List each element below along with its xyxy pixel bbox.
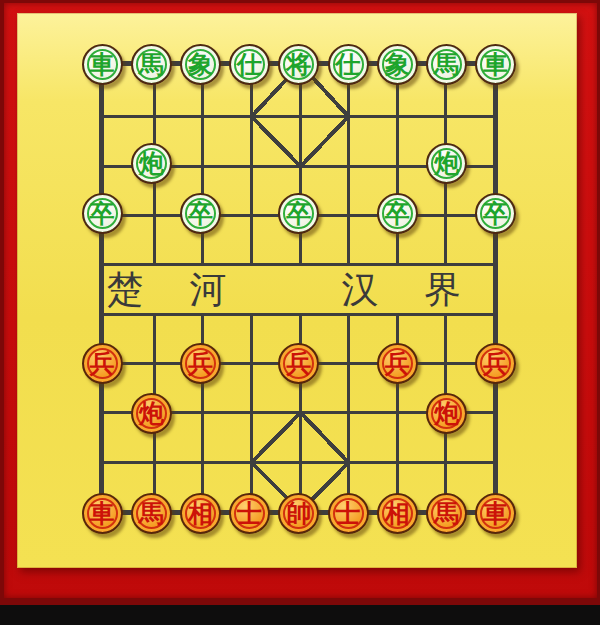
piece-glyph: 炮 [434, 401, 459, 426]
piece-glyph: 兵 [385, 351, 410, 376]
board-cell [250, 115, 299, 164]
piece-red-soldier[interactable]: 兵 [82, 343, 123, 384]
piece-red-cannon[interactable]: 炮 [426, 393, 467, 434]
piece-glyph: 兵 [483, 351, 508, 376]
piece-red-chariot[interactable]: 車 [82, 493, 123, 534]
piece-green-advisor[interactable]: 仕 [328, 44, 369, 85]
piece-red-advisor[interactable]: 士 [229, 493, 270, 534]
piece-red-elephant[interactable]: 相 [180, 493, 221, 534]
board-cell [299, 411, 348, 460]
board-cell [201, 115, 250, 164]
piece-glyph: 車 [483, 52, 508, 77]
piece-red-horse[interactable]: 馬 [426, 493, 467, 534]
piece-glyph: 士 [336, 501, 361, 526]
piece-green-soldier[interactable]: 卒 [377, 193, 418, 234]
piece-red-cannon[interactable]: 炮 [131, 393, 172, 434]
piece-red-chariot[interactable]: 車 [475, 493, 516, 534]
piece-glyph: 馬 [139, 501, 164, 526]
board-cell [299, 115, 348, 164]
piece-glyph: 馬 [434, 501, 459, 526]
piece-red-soldier[interactable]: 兵 [475, 343, 516, 384]
piece-red-general[interactable]: 帥 [278, 493, 319, 534]
piece-glyph: 炮 [434, 151, 459, 176]
piece-green-cannon[interactable]: 炮 [426, 143, 467, 184]
piece-green-chariot[interactable]: 車 [475, 44, 516, 85]
piece-red-advisor[interactable]: 士 [328, 493, 369, 534]
piece-green-horse[interactable]: 馬 [131, 44, 172, 85]
piece-red-soldier[interactable]: 兵 [377, 343, 418, 384]
xiangqi-board: 楚 河 汉 界 車馬象仕将仕象馬車炮炮卒卒卒卒卒兵兵兵兵兵炮炮車馬相士帥士相馬車 [17, 13, 577, 568]
piece-glyph: 車 [483, 501, 508, 526]
piece-red-elephant[interactable]: 相 [377, 493, 418, 534]
piece-green-general[interactable]: 将 [278, 44, 319, 85]
piece-glyph: 仕 [336, 52, 361, 77]
piece-glyph: 兵 [286, 351, 311, 376]
piece-green-cannon[interactable]: 炮 [131, 143, 172, 184]
piece-glyph: 炮 [139, 151, 164, 176]
piece-red-horse[interactable]: 馬 [131, 493, 172, 534]
piece-glyph: 相 [188, 501, 213, 526]
piece-green-soldier[interactable]: 卒 [82, 193, 123, 234]
piece-green-elephant[interactable]: 象 [377, 44, 418, 85]
piece-green-horse[interactable]: 馬 [426, 44, 467, 85]
piece-glyph: 兵 [188, 351, 213, 376]
piece-glyph: 馬 [139, 52, 164, 77]
piece-green-soldier[interactable]: 卒 [475, 193, 516, 234]
piece-glyph: 卒 [188, 201, 213, 226]
piece-green-chariot[interactable]: 車 [82, 44, 123, 85]
board-cell [347, 115, 396, 164]
piece-glyph: 仕 [237, 52, 262, 77]
piece-glyph: 象 [188, 52, 213, 77]
piece-glyph: 卒 [385, 201, 410, 226]
river-label-right: 汉 界 [310, 266, 510, 314]
piece-glyph: 士 [237, 501, 262, 526]
river-label-left: 楚 河 [75, 266, 275, 314]
piece-glyph: 相 [385, 501, 410, 526]
piece-glyph: 卒 [90, 201, 115, 226]
piece-green-soldier[interactable]: 卒 [180, 193, 221, 234]
piece-glyph: 象 [385, 52, 410, 77]
board-cell [201, 411, 250, 460]
piece-glyph: 将 [286, 52, 311, 77]
piece-green-elephant[interactable]: 象 [180, 44, 221, 85]
piece-glyph: 炮 [139, 401, 164, 426]
piece-glyph: 車 [90, 501, 115, 526]
piece-glyph: 車 [90, 52, 115, 77]
xiangqi-screenshot: 楚 河 汉 界 車馬象仕将仕象馬車炮炮卒卒卒卒卒兵兵兵兵兵炮炮車馬相士帥士相馬車 [0, 0, 600, 625]
board-cell [250, 411, 299, 460]
board-cell [347, 411, 396, 460]
piece-glyph: 卒 [286, 201, 311, 226]
piece-glyph: 帥 [286, 501, 311, 526]
piece-glyph: 馬 [434, 52, 459, 77]
piece-red-soldier[interactable]: 兵 [278, 343, 319, 384]
piece-green-advisor[interactable]: 仕 [229, 44, 270, 85]
piece-red-soldier[interactable]: 兵 [180, 343, 221, 384]
piece-glyph: 兵 [90, 351, 115, 376]
piece-glyph: 卒 [483, 201, 508, 226]
